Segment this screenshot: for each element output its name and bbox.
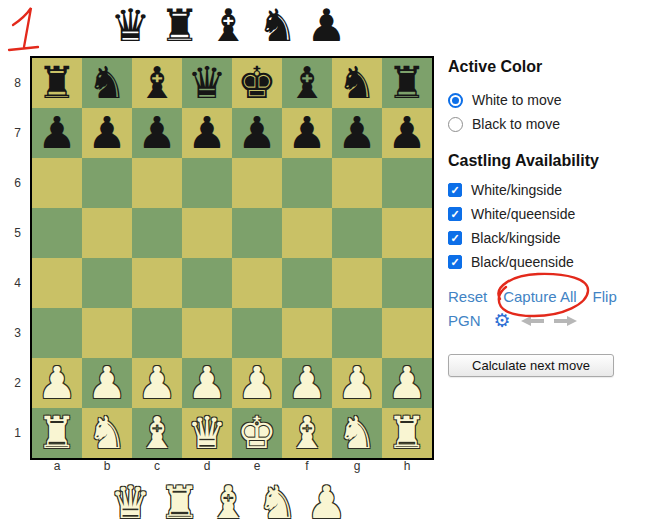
undo-arrow-icon[interactable] (521, 316, 544, 326)
square-b3[interactable] (82, 308, 132, 358)
square-a7[interactable]: ♟ (32, 108, 82, 158)
active-color-heading: Active Color (448, 58, 654, 76)
selector-white-rook[interactable]: ♜ (155, 477, 204, 527)
selector-white-knight[interactable]: ♞ (253, 477, 302, 527)
square-d5[interactable] (182, 208, 232, 258)
selector-black-queen[interactable]: ♛ (106, 0, 155, 50)
selector-black-rook[interactable]: ♜ (155, 0, 204, 50)
black-kingside-label[interactable]: Black/kingside (471, 230, 561, 246)
selector-white-bishop[interactable]: ♝ (204, 477, 253, 527)
black-pawn[interactable]: ♟ (137, 108, 176, 158)
flip-link[interactable]: Flip (593, 288, 617, 305)
white-queenside-checkbox[interactable] (448, 207, 462, 221)
settings-panel: Active Color White to move Black to move… (448, 50, 654, 377)
square-d1[interactable]: ♛ (182, 408, 232, 458)
square-b7[interactable]: ♟ (82, 108, 132, 158)
white-queen[interactable]: ♛ (187, 408, 226, 458)
black-pawn[interactable]: ♟ (287, 108, 326, 158)
selector-white-pawn[interactable]: ♟ (302, 477, 351, 527)
board-editor-page: ♛♜♝♞♟ 87654321 ♜♞♝♛♚♝♞♜♟♟♟♟♟♟♟♟♟♟♟♟♟♟♟♟♜… (0, 0, 657, 530)
radio-row-black-to-move[interactable]: Black to move (448, 112, 654, 136)
rank-label-1: 1 (9, 408, 26, 458)
white-pawn[interactable]: ♟ (387, 358, 426, 408)
white-kingside-label[interactable]: White/kingside (471, 182, 562, 198)
black-king[interactable]: ♚ (237, 58, 276, 108)
white-rook[interactable]: ♜ (37, 408, 76, 458)
white-bishop[interactable]: ♝ (137, 408, 176, 458)
white-pawn[interactable]: ♟ (137, 358, 176, 408)
white-rook[interactable]: ♜ (387, 408, 426, 458)
black-bishop[interactable]: ♝ (287, 58, 326, 108)
white-kingside-checkbox[interactable] (448, 183, 462, 197)
square-g5[interactable] (332, 208, 382, 258)
black-rook[interactable]: ♜ (387, 58, 426, 108)
black-knight[interactable]: ♞ (337, 58, 376, 108)
square-b6[interactable] (82, 158, 132, 208)
white-knight[interactable]: ♞ (87, 408, 126, 458)
square-g1[interactable]: ♞ (332, 408, 382, 458)
white-king[interactable]: ♚ (237, 408, 276, 458)
square-b4[interactable] (82, 258, 132, 308)
black-pawn[interactable]: ♟ (237, 108, 276, 158)
white-to-move-label[interactable]: White to move (472, 92, 561, 108)
square-f1[interactable]: ♝ (282, 408, 332, 458)
white-piece-selector: ♛♜♝♞♟ (106, 477, 351, 527)
square-b8[interactable]: ♞ (82, 58, 132, 108)
square-a2[interactable]: ♟ (32, 358, 82, 408)
square-h5[interactable] (382, 208, 432, 258)
rank-label-8: 8 (9, 58, 26, 108)
square-a5[interactable] (32, 208, 82, 258)
square-e2[interactable]: ♟ (232, 358, 282, 408)
white-pawn[interactable]: ♟ (337, 358, 376, 408)
checkbox-row-black-queenside[interactable]: Black/queenside (448, 250, 654, 274)
white-pawn[interactable]: ♟ (37, 358, 76, 408)
rank-labels: 87654321 (9, 58, 26, 458)
square-h3[interactable] (382, 308, 432, 358)
square-g8[interactable]: ♞ (332, 58, 382, 108)
reset-link[interactable]: Reset (448, 288, 487, 305)
black-pawn[interactable]: ♟ (337, 108, 376, 158)
square-c3[interactable] (132, 308, 182, 358)
black-pawn[interactable]: ♟ (387, 108, 426, 158)
square-d7[interactable]: ♟ (182, 108, 232, 158)
white-to-move-radio[interactable] (448, 93, 463, 108)
white-pawn[interactable]: ♟ (237, 358, 276, 408)
black-to-move-radio[interactable] (448, 117, 463, 132)
square-h2[interactable]: ♟ (382, 358, 432, 408)
black-pawn[interactable]: ♟ (187, 108, 226, 158)
square-h1[interactable]: ♜ (382, 408, 432, 458)
black-rook[interactable]: ♜ (37, 58, 76, 108)
file-label-f: f (282, 459, 332, 473)
square-c4[interactable] (132, 258, 182, 308)
square-c5[interactable] (132, 208, 182, 258)
square-f3[interactable] (282, 308, 332, 358)
radio-row-white-to-move[interactable]: White to move (448, 88, 654, 112)
selector-black-bishop[interactable]: ♝ (204, 0, 253, 50)
square-h7[interactable]: ♟ (382, 108, 432, 158)
file-label-g: g (332, 459, 382, 473)
board-actions-row: Reset Capture All Flip (448, 288, 654, 305)
white-bishop[interactable]: ♝ (287, 408, 326, 458)
rank-label-2: 2 (9, 358, 26, 408)
square-f6[interactable] (282, 158, 332, 208)
file-label-b: b (82, 459, 132, 473)
rank-label-7: 7 (9, 108, 26, 158)
black-queenside-label[interactable]: Black/queenside (471, 254, 574, 270)
square-e4[interactable] (232, 258, 282, 308)
square-g4[interactable] (332, 258, 382, 308)
black-queen[interactable]: ♛ (187, 58, 226, 108)
square-a1[interactable]: ♜ (32, 408, 82, 458)
square-a6[interactable] (32, 158, 82, 208)
square-b1[interactable]: ♞ (82, 408, 132, 458)
square-b2[interactable]: ♟ (82, 358, 132, 408)
square-a8[interactable]: ♜ (32, 58, 82, 108)
white-pawn[interactable]: ♟ (87, 358, 126, 408)
castling-heading: Castling Availability (448, 152, 654, 170)
redo-arrow-icon[interactable] (554, 316, 577, 326)
square-d2[interactable]: ♟ (182, 358, 232, 408)
square-h4[interactable] (382, 258, 432, 308)
square-a3[interactable] (32, 308, 82, 358)
square-e1[interactable]: ♚ (232, 408, 282, 458)
square-g2[interactable]: ♟ (332, 358, 382, 408)
chess-board: ♜♞♝♛♚♝♞♜♟♟♟♟♟♟♟♟♟♟♟♟♟♟♟♟♜♞♝♛♚♝♞♜ (30, 56, 434, 460)
square-b5[interactable] (82, 208, 132, 258)
square-e5[interactable] (232, 208, 282, 258)
file-label-e: e (232, 459, 282, 473)
white-pawn[interactable]: ♟ (287, 358, 326, 408)
square-a4[interactable] (32, 258, 82, 308)
square-c6[interactable] (132, 158, 182, 208)
black-knight[interactable]: ♞ (87, 58, 126, 108)
checkbox-row-black-kingside[interactable]: Black/kingside (448, 226, 654, 250)
square-c7[interactable]: ♟ (132, 108, 182, 158)
square-h6[interactable] (382, 158, 432, 208)
square-d3[interactable] (182, 308, 232, 358)
black-queenside-checkbox[interactable] (448, 255, 462, 269)
file-label-d: d (182, 459, 232, 473)
calculate-next-move-button[interactable]: Calculate next move (448, 354, 614, 377)
secondary-actions-row: PGN ⚙ (448, 311, 654, 330)
gear-icon[interactable]: ⚙ (494, 311, 511, 330)
square-f7[interactable]: ♟ (282, 108, 332, 158)
square-g6[interactable] (332, 158, 382, 208)
square-e8[interactable]: ♚ (232, 58, 282, 108)
rank-label-6: 6 (9, 158, 26, 208)
square-c2[interactable]: ♟ (132, 358, 182, 408)
square-d6[interactable] (182, 158, 232, 208)
square-f8[interactable]: ♝ (282, 58, 332, 108)
square-f2[interactable]: ♟ (282, 358, 332, 408)
square-g7[interactable]: ♟ (332, 108, 382, 158)
square-g3[interactable] (332, 308, 382, 358)
square-f5[interactable] (282, 208, 332, 258)
pgn-link[interactable]: PGN (448, 312, 481, 329)
black-to-move-label[interactable]: Black to move (472, 116, 560, 132)
selector-black-pawn[interactable]: ♟ (302, 0, 351, 50)
file-label-c: c (132, 459, 182, 473)
square-e3[interactable] (232, 308, 282, 358)
black-piece-selector: ♛♜♝♞♟ (106, 0, 351, 50)
square-f4[interactable] (282, 258, 332, 308)
square-e7[interactable]: ♟ (232, 108, 282, 158)
selector-black-knight[interactable]: ♞ (253, 0, 302, 50)
black-bishop[interactable]: ♝ (137, 58, 176, 108)
checkbox-row-white-kingside[interactable]: White/kingside (448, 178, 654, 202)
black-kingside-checkbox[interactable] (448, 231, 462, 245)
rank-label-4: 4 (9, 258, 26, 308)
file-label-a: a (32, 459, 82, 473)
square-h8[interactable]: ♜ (382, 58, 432, 108)
white-knight[interactable]: ♞ (337, 408, 376, 458)
red-number-annotation (2, 2, 46, 56)
checkbox-row-white-queenside[interactable]: White/queenside (448, 202, 654, 226)
square-c8[interactable]: ♝ (132, 58, 182, 108)
black-pawn[interactable]: ♟ (37, 108, 76, 158)
rank-label-3: 3 (9, 308, 26, 358)
white-pawn[interactable]: ♟ (187, 358, 226, 408)
square-e6[interactable] (232, 158, 282, 208)
black-pawn[interactable]: ♟ (87, 108, 126, 158)
white-queenside-label[interactable]: White/queenside (471, 206, 575, 222)
rank-label-5: 5 (9, 208, 26, 258)
square-d4[interactable] (182, 258, 232, 308)
selector-white-queen[interactable]: ♛ (106, 477, 155, 527)
file-label-h: h (382, 459, 432, 473)
square-c1[interactable]: ♝ (132, 408, 182, 458)
file-labels: abcdefgh (32, 459, 432, 473)
capture-all-link[interactable]: Capture All (503, 288, 576, 305)
square-d8[interactable]: ♛ (182, 58, 232, 108)
